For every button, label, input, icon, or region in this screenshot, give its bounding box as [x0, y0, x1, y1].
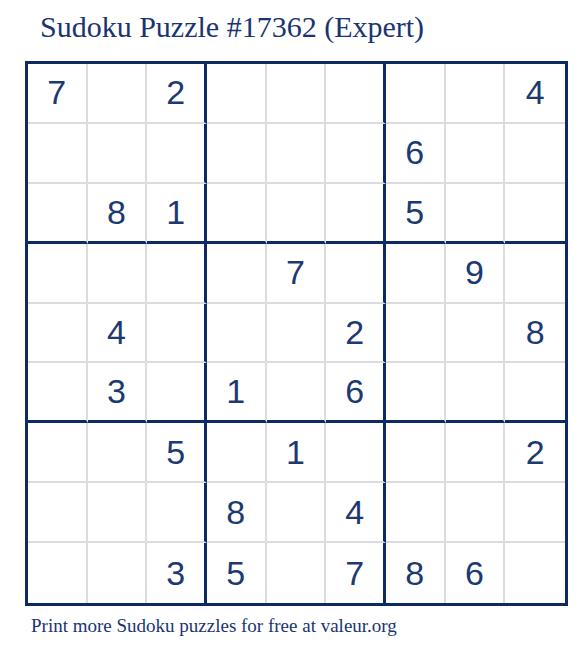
- cell-r7c8: [446, 423, 506, 483]
- sudoku-board: 7246815794283165128435786: [25, 61, 568, 606]
- cell-r3c6: [326, 184, 386, 244]
- cell-r8c1: [28, 483, 88, 543]
- cell-r4c9: [505, 244, 565, 304]
- cell-r3c4: [207, 184, 267, 244]
- cell-r9c8: 6: [446, 543, 506, 603]
- cell-r7c3: 5: [147, 423, 207, 483]
- cell-r7c9: 2: [505, 423, 565, 483]
- cell-r5c8: [446, 304, 506, 364]
- cell-r9c6: 7: [326, 543, 386, 603]
- cell-r5c2: 4: [88, 304, 148, 364]
- cell-r2c1: [28, 124, 88, 184]
- cell-r6c2: 3: [88, 363, 148, 423]
- cell-r6c1: [28, 363, 88, 423]
- cell-r5c3: [147, 304, 207, 364]
- cell-r7c4: [207, 423, 267, 483]
- cell-r2c7: 6: [386, 124, 446, 184]
- cell-r8c9: [505, 483, 565, 543]
- cell-r4c7: [386, 244, 446, 304]
- cell-r6c7: [386, 363, 446, 423]
- cell-r8c4: 8: [207, 483, 267, 543]
- cell-r5c7: [386, 304, 446, 364]
- cell-r4c2: [88, 244, 148, 304]
- cell-r4c5: 7: [267, 244, 327, 304]
- cell-r1c1: 7: [28, 64, 88, 124]
- cell-r8c3: [147, 483, 207, 543]
- cell-r3c9: [505, 184, 565, 244]
- cell-r9c2: [88, 543, 148, 603]
- cell-r9c3: 3: [147, 543, 207, 603]
- cell-r2c5: [267, 124, 327, 184]
- page-title: Sudoku Puzzle #17362 (Expert): [40, 10, 424, 44]
- cell-r6c6: 6: [326, 363, 386, 423]
- cell-r9c5: [267, 543, 327, 603]
- cell-r1c9: 4: [505, 64, 565, 124]
- cell-r7c7: [386, 423, 446, 483]
- cell-r3c3: 1: [147, 184, 207, 244]
- cell-r6c4: 1: [207, 363, 267, 423]
- cell-r1c7: [386, 64, 446, 124]
- footer-note: Print more Sudoku puzzles for free at va…: [31, 615, 397, 637]
- cell-r3c2: 8: [88, 184, 148, 244]
- cell-r9c4: 5: [207, 543, 267, 603]
- cell-r2c8: [446, 124, 506, 184]
- cell-r6c3: [147, 363, 207, 423]
- cell-r7c5: 1: [267, 423, 327, 483]
- cell-r5c1: [28, 304, 88, 364]
- cell-r4c4: [207, 244, 267, 304]
- cell-r1c2: [88, 64, 148, 124]
- cell-r5c4: [207, 304, 267, 364]
- cell-r5c6: 2: [326, 304, 386, 364]
- cell-r4c8: 9: [446, 244, 506, 304]
- cell-r4c3: [147, 244, 207, 304]
- cell-r8c6: 4: [326, 483, 386, 543]
- cell-r2c4: [207, 124, 267, 184]
- cell-r2c3: [147, 124, 207, 184]
- cell-r6c8: [446, 363, 506, 423]
- cell-r1c5: [267, 64, 327, 124]
- cell-r8c5: [267, 483, 327, 543]
- cell-r3c7: 5: [386, 184, 446, 244]
- cell-r3c5: [267, 184, 327, 244]
- cell-r7c6: [326, 423, 386, 483]
- cell-r6c9: [505, 363, 565, 423]
- cell-r1c4: [207, 64, 267, 124]
- cell-r9c9: [505, 543, 565, 603]
- cell-r7c1: [28, 423, 88, 483]
- cell-r9c1: [28, 543, 88, 603]
- cell-r1c6: [326, 64, 386, 124]
- cell-r9c7: 8: [386, 543, 446, 603]
- cell-r2c9: [505, 124, 565, 184]
- cell-r2c6: [326, 124, 386, 184]
- cell-r1c8: [446, 64, 506, 124]
- cell-r1c3: 2: [147, 64, 207, 124]
- cell-r8c7: [386, 483, 446, 543]
- cell-r3c8: [446, 184, 506, 244]
- cell-r8c2: [88, 483, 148, 543]
- cell-r5c5: [267, 304, 327, 364]
- cell-r4c1: [28, 244, 88, 304]
- cell-r3c1: [28, 184, 88, 244]
- cell-r8c8: [446, 483, 506, 543]
- cell-r2c2: [88, 124, 148, 184]
- cell-r4c6: [326, 244, 386, 304]
- cell-r5c9: 8: [505, 304, 565, 364]
- cell-r6c5: [267, 363, 327, 423]
- cell-r7c2: [88, 423, 148, 483]
